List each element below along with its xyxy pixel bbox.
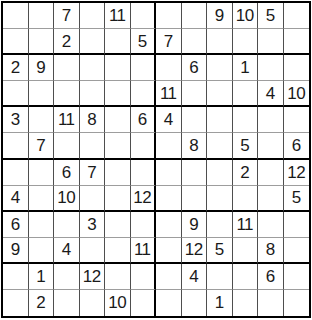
cell-r1c4[interactable] [80,3,106,29]
cell-r8c1[interactable]: 4 [3,186,29,212]
cell-r2c10[interactable] [233,29,259,55]
cell-r1c9[interactable]: 9 [207,3,233,29]
cell-r6c10[interactable]: 5 [233,133,259,159]
cell-r10c12[interactable] [284,238,310,264]
cell-r10c2[interactable] [29,238,55,264]
cell-r9c8[interactable]: 9 [182,212,208,238]
cell-r6c8[interactable]: 8 [182,133,208,159]
cell-r7c10[interactable]: 2 [233,160,259,186]
cell-r6c1[interactable] [3,133,29,159]
cell-r8c12[interactable]: 5 [284,186,310,212]
cell-r1c8[interactable] [182,3,208,29]
cell-r12c8[interactable] [182,290,208,316]
cell-r6c7[interactable] [156,133,182,159]
cell-r3c8[interactable]: 6 [182,55,208,81]
cell-r7c8[interactable] [182,160,208,186]
cell-r5c3[interactable]: 11 [54,107,80,133]
cell-r10c1[interactable]: 9 [3,238,29,264]
cell-r5c7[interactable]: 4 [156,107,182,133]
cell-r9c9[interactable] [207,212,233,238]
cell-r7c1[interactable] [3,160,29,186]
cell-r4c9[interactable] [207,81,233,107]
cell-r2c2[interactable] [29,29,55,55]
cell-r8c6[interactable]: 12 [131,186,157,212]
cell-r2c4[interactable] [80,29,106,55]
cell-r4c10[interactable] [233,81,259,107]
cell-r4c5[interactable] [105,81,131,107]
cell-r1c1[interactable] [3,3,29,29]
cell-r5c6[interactable]: 6 [131,107,157,133]
cell-r11c3[interactable] [54,264,80,290]
cell-r6c11[interactable] [258,133,284,159]
cell-r3c9[interactable] [207,55,233,81]
cell-r4c1[interactable] [3,81,29,107]
cell-r7c11[interactable] [258,160,284,186]
cell-r11c9[interactable] [207,264,233,290]
cell-r3c4[interactable] [80,55,106,81]
cell-r8c3[interactable]: 10 [54,186,80,212]
cell-r9c6[interactable] [131,212,157,238]
cell-r10c7[interactable] [156,238,182,264]
cell-r1c7[interactable] [156,3,182,29]
cell-r10c4[interactable] [80,238,106,264]
cell-r6c3[interactable] [54,133,80,159]
cell-r9c7[interactable] [156,212,182,238]
cell-r1c5[interactable]: 11 [105,3,131,29]
cell-r4c3[interactable] [54,81,80,107]
cell-r10c3[interactable]: 4 [54,238,80,264]
cell-r9c2[interactable] [29,212,55,238]
cell-r11c11[interactable]: 6 [258,264,284,290]
cell-r5c11[interactable] [258,107,284,133]
cell-r7c6[interactable] [131,160,157,186]
cell-r5c9[interactable] [207,107,233,133]
cell-r11c7[interactable] [156,264,182,290]
cell-r3c3[interactable] [54,55,80,81]
cell-r11c2[interactable]: 1 [29,264,55,290]
cell-r11c6[interactable] [131,264,157,290]
cell-r12c1[interactable] [3,290,29,316]
cell-r2c9[interactable] [207,29,233,55]
cell-r12c12[interactable] [284,290,310,316]
cell-r5c10[interactable] [233,107,259,133]
cell-r12c6[interactable] [131,290,157,316]
cell-r12c4[interactable] [80,290,106,316]
cell-r6c6[interactable] [131,133,157,159]
cell-r8c11[interactable] [258,186,284,212]
cell-r6c12[interactable]: 6 [284,133,310,159]
cell-r4c11[interactable]: 4 [258,81,284,107]
cell-r1c11[interactable]: 5 [258,3,284,29]
cell-r7c9[interactable] [207,160,233,186]
cell-r3c10[interactable]: 1 [233,55,259,81]
cell-r1c6[interactable] [131,3,157,29]
cell-r2c6[interactable]: 5 [131,29,157,55]
cell-r1c2[interactable] [29,3,55,29]
cell-r3c1[interactable]: 2 [3,55,29,81]
cell-r7c4[interactable]: 7 [80,160,106,186]
cell-r11c5[interactable] [105,264,131,290]
cell-r7c5[interactable] [105,160,131,186]
cell-r8c8[interactable] [182,186,208,212]
cell-r12c3[interactable] [54,290,80,316]
cell-r3c5[interactable] [105,55,131,81]
cell-r9c1[interactable]: 6 [3,212,29,238]
sudoku-board: 7119105257296111410311864785667212410125… [1,1,311,318]
cell-r7c12[interactable]: 12 [284,160,310,186]
cell-r1c12[interactable] [284,3,310,29]
cell-r8c9[interactable] [207,186,233,212]
cell-r3c11[interactable] [258,55,284,81]
cell-r10c5[interactable] [105,238,131,264]
cell-r2c7[interactable]: 7 [156,29,182,55]
cell-r6c9[interactable] [207,133,233,159]
cell-r5c1[interactable]: 3 [3,107,29,133]
cell-r8c4[interactable] [80,186,106,212]
cell-r12c5[interactable]: 10 [105,290,131,316]
cell-r8c10[interactable] [233,186,259,212]
cell-r12c9[interactable]: 1 [207,290,233,316]
cell-r12c7[interactable] [156,290,182,316]
cell-r6c5[interactable] [105,133,131,159]
cell-r4c8[interactable] [182,81,208,107]
cell-r11c1[interactable] [3,264,29,290]
cell-r3c2[interactable]: 9 [29,55,55,81]
cell-r5c8[interactable] [182,107,208,133]
cell-r9c10[interactable]: 11 [233,212,259,238]
cell-r4c7[interactable]: 11 [156,81,182,107]
cell-r5c2[interactable] [29,107,55,133]
cell-r9c5[interactable] [105,212,131,238]
cell-r7c2[interactable] [29,160,55,186]
cell-r6c2[interactable]: 7 [29,133,55,159]
cell-r11c12[interactable] [284,264,310,290]
cell-r2c8[interactable] [182,29,208,55]
cell-r5c4[interactable]: 8 [80,107,106,133]
cell-r9c3[interactable] [54,212,80,238]
cell-r10c11[interactable]: 8 [258,238,284,264]
cell-r7c7[interactable] [156,160,182,186]
cell-r3c7[interactable] [156,55,182,81]
cell-r9c12[interactable] [284,212,310,238]
cell-r10c10[interactable] [233,238,259,264]
cell-r12c2[interactable]: 2 [29,290,55,316]
cell-r5c5[interactable] [105,107,131,133]
cell-r4c12[interactable]: 10 [284,81,310,107]
cell-r4c4[interactable] [80,81,106,107]
cell-r12c11[interactable] [258,290,284,316]
cell-r8c2[interactable] [29,186,55,212]
cell-r7c3[interactable]: 6 [54,160,80,186]
cell-r2c11[interactable] [258,29,284,55]
cell-r10c6[interactable]: 11 [131,238,157,264]
cell-r10c9[interactable]: 5 [207,238,233,264]
cell-r3c6[interactable] [131,55,157,81]
cell-r12c10[interactable] [233,290,259,316]
cell-r1c10[interactable]: 10 [233,3,259,29]
cell-r2c12[interactable] [284,29,310,55]
cell-r5c12[interactable] [284,107,310,133]
cell-r4c6[interactable] [131,81,157,107]
cell-r2c3[interactable]: 2 [54,29,80,55]
cell-r11c4[interactable]: 12 [80,264,106,290]
cell-r11c8[interactable]: 4 [182,264,208,290]
cell-r3c12[interactable] [284,55,310,81]
cell-r2c1[interactable] [3,29,29,55]
cell-r9c4[interactable]: 3 [80,212,106,238]
cell-r8c5[interactable] [105,186,131,212]
cell-r9c11[interactable] [258,212,284,238]
cell-r6c4[interactable] [80,133,106,159]
cell-r8c7[interactable] [156,186,182,212]
cell-r4c2[interactable] [29,81,55,107]
cell-r11c10[interactable] [233,264,259,290]
cell-r1c3[interactable]: 7 [54,3,80,29]
cell-r10c8[interactable]: 12 [182,238,208,264]
cell-r2c5[interactable] [105,29,131,55]
